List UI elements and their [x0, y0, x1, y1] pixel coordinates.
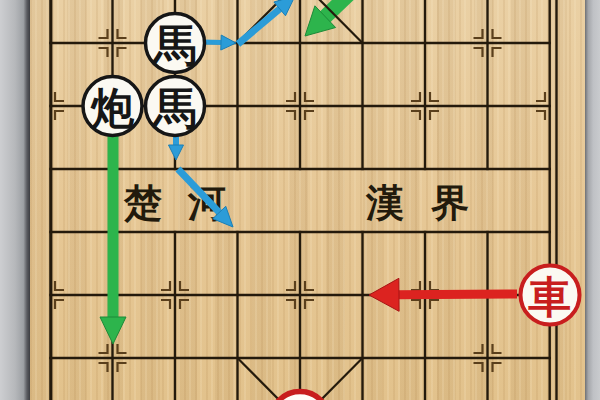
point-marker-f6r3 [430, 111, 439, 120]
point-marker-f7r2 [493, 29, 502, 38]
point-marker-f1r2 [118, 29, 127, 38]
point-marker-f1r7 [99, 344, 108, 353]
point-marker-f6r3 [411, 92, 420, 101]
point-marker-f2r6 [180, 281, 189, 290]
point-marker-f4r3 [305, 92, 314, 101]
point-marker-f6r6 [411, 300, 420, 309]
point-marker-f4r6 [305, 281, 314, 290]
point-marker-f4r6 [305, 300, 314, 309]
point-marker-f8r3 [536, 92, 545, 101]
point-marker-f0r6 [55, 300, 64, 309]
point-marker-f4r3 [286, 111, 295, 120]
point-marker-f1r7 [99, 363, 108, 372]
point-marker-f6r6 [430, 281, 439, 290]
piece-glyph-black-horse-2: 馬 [152, 83, 197, 133]
arrow-shaft-red-chariot-left [397, 294, 517, 295]
point-marker-f7r2 [493, 48, 502, 57]
point-marker-f7r7 [493, 344, 502, 353]
point-marker-f0r3 [55, 92, 64, 101]
point-marker-f7r7 [493, 363, 502, 372]
point-marker-f1r7 [118, 363, 127, 372]
point-marker-f1r2 [118, 48, 127, 57]
point-marker-f4r3 [305, 111, 314, 120]
piece-red-partial-piece[interactable] [271, 392, 330, 400]
board-overlay: 楚河漢界馬馬炮車 [0, 0, 600, 400]
point-marker-f7r7 [474, 363, 483, 372]
point-marker-f7r2 [474, 29, 483, 38]
point-marker-f6r3 [411, 111, 420, 120]
point-marker-f1r7 [118, 344, 127, 353]
point-marker-f8r3 [536, 111, 545, 120]
piece-glyph-black-cannon: 炮 [89, 83, 135, 133]
point-marker-f1r2 [99, 48, 108, 57]
xiangqi-diagram: 楚河漢界馬馬炮車 [0, 0, 600, 400]
point-marker-f1r2 [99, 29, 108, 38]
point-marker-f7r2 [474, 48, 483, 57]
point-marker-f2r6 [161, 300, 170, 309]
point-marker-f6r3 [430, 92, 439, 101]
point-marker-f7r7 [474, 344, 483, 353]
river-label-2: 漢 [365, 180, 404, 225]
river-label-3: 界 [431, 180, 469, 225]
river-label-0: 楚 [123, 180, 163, 225]
arrow-head-blue-horse2-step-down [169, 145, 184, 160]
piece-glyph-black-horse-1: 馬 [152, 20, 197, 70]
point-marker-f4r3 [286, 92, 295, 101]
piece-glyph-red-chariot: 車 [528, 272, 572, 322]
arrow-head-blue-horse1-step-right [221, 35, 236, 50]
point-marker-f2r6 [180, 300, 189, 309]
point-marker-f6r6 [411, 281, 420, 290]
point-marker-f4r6 [286, 300, 295, 309]
arrow-head-green-cannon-advance [100, 317, 126, 344]
point-marker-f0r3 [55, 111, 64, 120]
point-marker-f0r6 [55, 281, 64, 290]
arrow-shaft-blue-horse1-jump-upright [238, 8, 281, 44]
point-marker-f4r6 [286, 281, 295, 290]
arrow-head-red-chariot-left [369, 278, 399, 311]
point-marker-f2r6 [161, 281, 170, 290]
point-marker-f6r6 [430, 300, 439, 309]
